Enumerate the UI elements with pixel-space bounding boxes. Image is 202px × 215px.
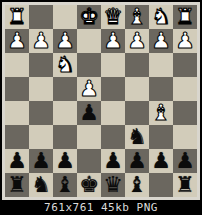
- square-h2[interactable]: ♟: [5, 29, 29, 53]
- square-d2[interactable]: ♟: [101, 29, 125, 53]
- square-g5[interactable]: [29, 101, 53, 125]
- board-frame: ♜♚♛♝♞♜♟♟♟♟♟♟♟♞♟♟♝♞♟♟♟♟♟♟♟♜♞♝♚♛♝♜: [2, 2, 200, 201]
- square-f8[interactable]: ♝: [53, 173, 77, 197]
- black-pawn: ♟: [55, 149, 75, 173]
- white-pawn: ♟: [79, 77, 99, 101]
- square-c7[interactable]: ♟: [125, 149, 149, 173]
- black-bishop: ♝: [55, 173, 75, 197]
- square-h1[interactable]: ♜: [5, 5, 29, 29]
- black-pawn: ♟: [103, 149, 123, 173]
- square-f4[interactable]: [53, 77, 77, 101]
- square-e1[interactable]: ♚: [77, 5, 101, 29]
- square-e7[interactable]: [77, 149, 101, 173]
- square-c6[interactable]: ♞: [125, 125, 149, 149]
- square-a7[interactable]: ♟: [173, 149, 197, 173]
- square-e2[interactable]: [77, 29, 101, 53]
- square-a4[interactable]: [173, 77, 197, 101]
- square-b3[interactable]: [149, 53, 173, 77]
- square-e8[interactable]: ♚: [77, 173, 101, 197]
- square-d4[interactable]: [101, 77, 125, 101]
- square-h4[interactable]: [5, 77, 29, 101]
- white-knight: ♞: [55, 53, 75, 77]
- black-knight: ♞: [31, 173, 51, 197]
- square-d3[interactable]: [101, 53, 125, 77]
- square-h7[interactable]: ♟: [5, 149, 29, 173]
- square-c8[interactable]: ♝: [125, 173, 149, 197]
- white-queen: ♛: [103, 5, 123, 29]
- white-pawn: ♟: [175, 29, 195, 53]
- square-e6[interactable]: [77, 125, 101, 149]
- square-e5[interactable]: ♟: [77, 101, 101, 125]
- square-f5[interactable]: [53, 101, 77, 125]
- square-b7[interactable]: ♟: [149, 149, 173, 173]
- square-h3[interactable]: [5, 53, 29, 77]
- square-c5[interactable]: [125, 101, 149, 125]
- white-pawn: ♟: [151, 29, 171, 53]
- square-c4[interactable]: [125, 77, 149, 101]
- white-rook: ♜: [175, 5, 195, 29]
- square-a5[interactable]: [173, 101, 197, 125]
- square-f6[interactable]: [53, 125, 77, 149]
- square-c2[interactable]: ♟: [125, 29, 149, 53]
- black-pawn: ♟: [175, 149, 195, 173]
- square-b5[interactable]: ♝: [149, 101, 173, 125]
- black-pawn: ♟: [127, 149, 147, 173]
- square-g7[interactable]: ♟: [29, 149, 53, 173]
- square-g4[interactable]: [29, 77, 53, 101]
- square-d8[interactable]: ♛: [101, 173, 125, 197]
- square-b6[interactable]: [149, 125, 173, 149]
- square-g6[interactable]: [29, 125, 53, 149]
- square-b1[interactable]: ♞: [149, 5, 173, 29]
- black-rook: ♜: [7, 173, 27, 197]
- chess-diagram-image: ♜♚♛♝♞♜♟♟♟♟♟♟♟♞♟♟♝♞♟♟♟♟♟♟♟♜♞♝♚♛♝♜: [2, 2, 200, 201]
- black-king: ♚: [79, 173, 99, 197]
- square-a6[interactable]: [173, 125, 197, 149]
- image-viewer-window: ♜♚♛♝♞♜♟♟♟♟♟♟♟♞♟♟♝♞♟♟♟♟♟♟♟♜♞♝♚♛♝♜ 761x761…: [0, 0, 202, 215]
- white-pawn: ♟: [31, 29, 51, 53]
- square-d1[interactable]: ♛: [101, 5, 125, 29]
- square-g8[interactable]: ♞: [29, 173, 53, 197]
- square-g2[interactable]: ♟: [29, 29, 53, 53]
- square-c3[interactable]: [125, 53, 149, 77]
- square-b4[interactable]: [149, 77, 173, 101]
- square-d6[interactable]: [101, 125, 125, 149]
- square-a2[interactable]: ♟: [173, 29, 197, 53]
- square-h8[interactable]: ♜: [5, 173, 29, 197]
- square-h6[interactable]: [5, 125, 29, 149]
- white-king: ♚: [79, 5, 99, 29]
- black-pawn: ♟: [31, 149, 51, 173]
- white-rook: ♜: [7, 5, 27, 29]
- square-a1[interactable]: ♜: [173, 5, 197, 29]
- black-rook: ♜: [175, 173, 195, 197]
- white-knight: ♞: [151, 5, 171, 29]
- square-f1[interactable]: [53, 5, 77, 29]
- square-h5[interactable]: [5, 101, 29, 125]
- white-pawn: ♟: [127, 29, 147, 53]
- black-knight: ♞: [127, 125, 147, 149]
- square-d7[interactable]: ♟: [101, 149, 125, 173]
- chess-board: ♜♚♛♝♞♜♟♟♟♟♟♟♟♞♟♟♝♞♟♟♟♟♟♟♟♜♞♝♚♛♝♜: [5, 5, 197, 197]
- white-pawn: ♟: [55, 29, 75, 53]
- square-c1[interactable]: ♝: [125, 5, 149, 29]
- square-d5[interactable]: [101, 101, 125, 125]
- status-bar: 761x761 45kb PNG: [0, 200, 202, 215]
- square-b8[interactable]: [149, 173, 173, 197]
- white-pawn: ♟: [7, 29, 27, 53]
- square-f7[interactable]: ♟: [53, 149, 77, 173]
- square-a8[interactable]: ♜: [173, 173, 197, 197]
- square-e4[interactable]: ♟: [77, 77, 101, 101]
- black-queen: ♛: [103, 173, 123, 197]
- white-bishop: ♝: [151, 101, 171, 125]
- square-b2[interactable]: ♟: [149, 29, 173, 53]
- white-bishop: ♝: [127, 5, 147, 29]
- square-f2[interactable]: ♟: [53, 29, 77, 53]
- square-e3[interactable]: [77, 53, 101, 77]
- black-pawn: ♟: [7, 149, 27, 173]
- black-pawn: ♟: [151, 149, 171, 173]
- square-g1[interactable]: [29, 5, 53, 29]
- black-bishop: ♝: [127, 173, 147, 197]
- black-pawn: ♟: [79, 101, 99, 125]
- square-f3[interactable]: ♞: [53, 53, 77, 77]
- square-g3[interactable]: [29, 53, 53, 77]
- square-a3[interactable]: [173, 53, 197, 77]
- white-pawn: ♟: [103, 29, 123, 53]
